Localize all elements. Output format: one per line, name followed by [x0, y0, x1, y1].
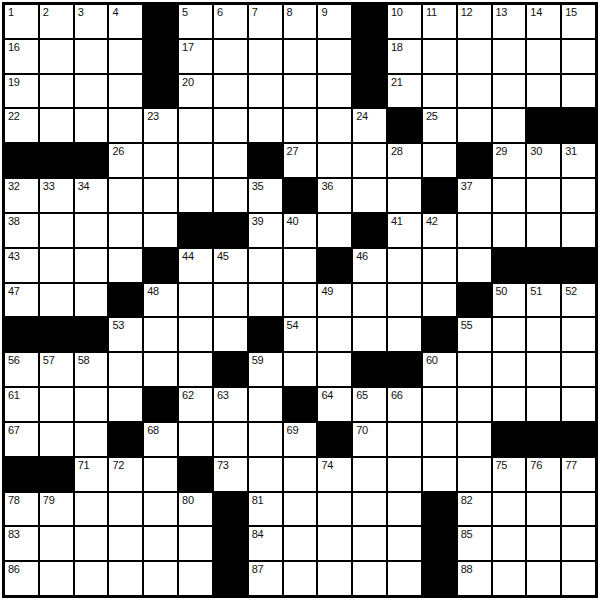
- cell-r4-c13[interactable]: 25: [423, 109, 456, 142]
- cell-r12-c1[interactable]: 61: [5, 388, 38, 421]
- cell-r14-c13[interactable]: [423, 458, 456, 491]
- cell-r16-c4[interactable]: [109, 527, 142, 560]
- cell-r15-c14[interactable]: 82: [458, 493, 491, 526]
- cell-r13-c13[interactable]: [423, 423, 456, 456]
- clue-number: 6: [217, 6, 223, 18]
- cell-r7-c8[interactable]: 39: [249, 214, 282, 247]
- cell-r5-c10[interactable]: [318, 144, 351, 177]
- clue-number: 14: [530, 6, 542, 18]
- cell-r16-c3[interactable]: [75, 527, 108, 560]
- cell-r13-c9[interactable]: 69: [284, 423, 317, 456]
- cell-r9-c9[interactable]: [284, 284, 317, 317]
- clue-number: 3: [78, 6, 84, 18]
- cell-r13-c8[interactable]: [249, 423, 282, 456]
- cell-r15-c12[interactable]: [388, 493, 421, 526]
- cell-r12-c12[interactable]: 66: [388, 388, 421, 421]
- clue-number: 78: [8, 494, 20, 506]
- cell-r17-c2[interactable]: [40, 562, 73, 595]
- cell-r8-c11[interactable]: 46: [353, 249, 386, 282]
- cell-r12-c16[interactable]: [527, 388, 560, 421]
- cell-r16-c17[interactable]: [562, 527, 595, 560]
- cell-r14-c5[interactable]: [144, 458, 177, 491]
- cell-r10-c4[interactable]: 53: [109, 318, 142, 351]
- cell-r13-c6[interactable]: [179, 423, 212, 456]
- black-cell-r11-c12: [388, 353, 421, 386]
- clue-number: 64: [321, 389, 333, 401]
- cell-r11-c4[interactable]: [109, 353, 142, 386]
- cell-r15-c4[interactable]: [109, 493, 142, 526]
- cell-r3-c12[interactable]: 21: [388, 75, 421, 108]
- black-cell-r10-c13: [423, 318, 456, 351]
- cell-r12-c11[interactable]: 65: [353, 388, 386, 421]
- cell-r13-c2[interactable]: [40, 423, 73, 456]
- cell-r11-c17[interactable]: [562, 353, 595, 386]
- cell-r17-c15[interactable]: [493, 562, 526, 595]
- cell-r13-c5[interactable]: 68: [144, 423, 177, 456]
- cell-r11-c3[interactable]: 58: [75, 353, 108, 386]
- black-cell-r17-c7: [214, 562, 247, 595]
- black-cell-r3-c11: [353, 75, 386, 108]
- cell-r5-c7[interactable]: [214, 144, 247, 177]
- cell-r3-c13[interactable]: [423, 75, 456, 108]
- cell-r11-c10[interactable]: [318, 353, 351, 386]
- cell-r15-c15[interactable]: [493, 493, 526, 526]
- cell-r8-c9[interactable]: [284, 249, 317, 282]
- cell-r6-c10[interactable]: 36: [318, 179, 351, 212]
- cell-r2-c12[interactable]: 18: [388, 40, 421, 73]
- cell-r14-c3[interactable]: 71: [75, 458, 108, 491]
- cell-r7-c10[interactable]: [318, 214, 351, 247]
- clue-number: 42: [426, 215, 438, 227]
- clue-number: 51: [530, 285, 542, 297]
- cell-r9-c2[interactable]: [40, 284, 73, 317]
- cell-r12-c3[interactable]: [75, 388, 108, 421]
- cell-r16-c16[interactable]: [527, 527, 560, 560]
- cell-r6-c7[interactable]: [214, 179, 247, 212]
- cell-r11-c13[interactable]: 60: [423, 353, 456, 386]
- cell-r6-c8[interactable]: 35: [249, 179, 282, 212]
- cell-r3-c16[interactable]: [527, 75, 560, 108]
- clue-number: 33: [43, 180, 55, 192]
- cell-r1-c14[interactable]: 12: [458, 5, 491, 38]
- cell-r2-c13[interactable]: [423, 40, 456, 73]
- cell-r13-c1[interactable]: 67: [5, 423, 38, 456]
- cell-r12-c6[interactable]: 62: [179, 388, 212, 421]
- cell-r4-c5[interactable]: 23: [144, 109, 177, 142]
- cell-r15-c2[interactable]: 79: [40, 493, 73, 526]
- cell-r1-c7[interactable]: 6: [214, 5, 247, 38]
- black-cell-r10-c1: [5, 318, 38, 351]
- cell-r4-c7[interactable]: [214, 109, 247, 142]
- clue-number: 48: [147, 285, 159, 297]
- cell-r7-c17[interactable]: [562, 214, 595, 247]
- black-cell-r11-c11: [353, 353, 386, 386]
- clue-number: 39: [252, 215, 264, 227]
- cell-r3-c10[interactable]: [318, 75, 351, 108]
- cell-r3-c4[interactable]: [109, 75, 142, 108]
- cell-r6-c15[interactable]: [493, 179, 526, 212]
- cell-r10-c12[interactable]: [388, 318, 421, 351]
- cell-r11-c2[interactable]: 57: [40, 353, 73, 386]
- cell-r2-c16[interactable]: [527, 40, 560, 73]
- cell-r16-c2[interactable]: [40, 527, 73, 560]
- black-cell-r13-c10: [318, 423, 351, 456]
- clue-number: 23: [147, 110, 159, 122]
- cell-r3-c7[interactable]: [214, 75, 247, 108]
- clue-number: 29: [496, 145, 508, 157]
- cell-r12-c8[interactable]: [249, 388, 282, 421]
- clue-number: 69: [287, 424, 299, 436]
- cell-r5-c5[interactable]: [144, 144, 177, 177]
- cell-r2-c10[interactable]: [318, 40, 351, 73]
- cell-r4-c4[interactable]: [109, 109, 142, 142]
- cell-r12-c7[interactable]: 63: [214, 388, 247, 421]
- black-cell-r5-c1: [5, 144, 38, 177]
- cell-r1-c15[interactable]: 13: [493, 5, 526, 38]
- cell-r14-c4[interactable]: 72: [109, 458, 142, 491]
- cell-r4-c15[interactable]: [493, 109, 526, 142]
- clue-number: 45: [217, 250, 229, 262]
- cell-r16-c1[interactable]: 83: [5, 527, 38, 560]
- cell-r3-c6[interactable]: 20: [179, 75, 212, 108]
- cell-r16-c11[interactable]: [353, 527, 386, 560]
- cell-r9-c8[interactable]: [249, 284, 282, 317]
- cell-r1-c12[interactable]: 10: [388, 5, 421, 38]
- clue-number: 2: [43, 6, 49, 18]
- cell-r7-c3[interactable]: [75, 214, 108, 247]
- black-cell-r8-c15: [493, 249, 526, 282]
- black-cell-r7-c6: [179, 214, 212, 247]
- cell-r17-c11[interactable]: [353, 562, 386, 595]
- cell-r3-c17[interactable]: [562, 75, 595, 108]
- clue-number: 27: [287, 145, 299, 157]
- cell-r8-c3[interactable]: [75, 249, 108, 282]
- cell-r14-c7[interactable]: 73: [214, 458, 247, 491]
- cell-r15-c9[interactable]: [284, 493, 317, 526]
- cell-r11-c5[interactable]: [144, 353, 177, 386]
- cell-r8-c1[interactable]: 43: [5, 249, 38, 282]
- cell-r6-c3[interactable]: 34: [75, 179, 108, 212]
- cell-r2-c4[interactable]: [109, 40, 142, 73]
- clue-number: 59: [252, 354, 264, 366]
- cell-r4-c2[interactable]: [40, 109, 73, 142]
- cell-r3-c1[interactable]: 19: [5, 75, 38, 108]
- cell-r13-c11[interactable]: 70: [353, 423, 386, 456]
- cell-r5-c4[interactable]: 26: [109, 144, 142, 177]
- black-cell-r13-c4: [109, 423, 142, 456]
- cell-r1-c9[interactable]: 8: [284, 5, 317, 38]
- cell-r9-c17[interactable]: 52: [562, 284, 595, 317]
- black-cell-r14-c6: [179, 458, 212, 491]
- cell-r9-c10[interactable]: 49: [318, 284, 351, 317]
- cell-r1-c3[interactable]: 3: [75, 5, 108, 38]
- cell-r6-c6[interactable]: [179, 179, 212, 212]
- clue-number: 60: [426, 354, 438, 366]
- cell-r14-c12[interactable]: [388, 458, 421, 491]
- cell-r17-c8[interactable]: 87: [249, 562, 282, 595]
- cell-r15-c17[interactable]: [562, 493, 595, 526]
- clue-number: 8: [287, 6, 293, 18]
- cell-r12-c15[interactable]: [493, 388, 526, 421]
- cell-r11-c1[interactable]: 56: [5, 353, 38, 386]
- cell-r14-c11[interactable]: [353, 458, 386, 491]
- cell-r15-c8[interactable]: 81: [249, 493, 282, 526]
- cell-r1-c8[interactable]: 7: [249, 5, 282, 38]
- cell-r15-c1[interactable]: 78: [5, 493, 38, 526]
- cell-r1-c6[interactable]: 5: [179, 5, 212, 38]
- cell-r4-c1[interactable]: 22: [5, 109, 38, 142]
- clue-number: 19: [8, 76, 20, 88]
- cell-r1-c16[interactable]: 14: [527, 5, 560, 38]
- cell-r17-c14[interactable]: 88: [458, 562, 491, 595]
- clue-number: 7: [252, 6, 258, 18]
- cell-r6-c11[interactable]: [353, 179, 386, 212]
- cell-r10-c14[interactable]: 55: [458, 318, 491, 351]
- cell-r3-c15[interactable]: [493, 75, 526, 108]
- clue-number: 67: [8, 424, 20, 436]
- clue-number: 75: [496, 459, 508, 471]
- black-cell-r17-c13: [423, 562, 456, 595]
- black-cell-r7-c11: [353, 214, 386, 247]
- cell-r8-c8[interactable]: [249, 249, 282, 282]
- cell-r14-c16[interactable]: 76: [527, 458, 560, 491]
- cell-r17-c6[interactable]: [179, 562, 212, 595]
- cell-r4-c9[interactable]: [284, 109, 317, 142]
- cell-r2-c1[interactable]: 16: [5, 40, 38, 73]
- cell-r17-c16[interactable]: [527, 562, 560, 595]
- clue-number: 62: [182, 389, 194, 401]
- cell-r6-c12[interactable]: [388, 179, 421, 212]
- cell-r14-c9[interactable]: [284, 458, 317, 491]
- cell-r2-c3[interactable]: [75, 40, 108, 73]
- cell-r6-c16[interactable]: [527, 179, 560, 212]
- cell-r10-c15[interactable]: [493, 318, 526, 351]
- cell-r17-c17[interactable]: [562, 562, 595, 595]
- cell-r17-c1[interactable]: 86: [5, 562, 38, 595]
- cell-r7-c12[interactable]: 41: [388, 214, 421, 247]
- cell-r8-c4[interactable]: [109, 249, 142, 282]
- cell-r13-c14[interactable]: [458, 423, 491, 456]
- cell-r8-c7[interactable]: 45: [214, 249, 247, 282]
- cell-r3-c2[interactable]: [40, 75, 73, 108]
- cell-r12-c4[interactable]: [109, 388, 142, 421]
- cell-r1-c10[interactable]: 9: [318, 5, 351, 38]
- clue-number: 70: [356, 424, 368, 436]
- cell-r5-c13[interactable]: [423, 144, 456, 177]
- cell-r16-c12[interactable]: [388, 527, 421, 560]
- cell-r10-c11[interactable]: [353, 318, 386, 351]
- cell-r5-c12[interactable]: 28: [388, 144, 421, 177]
- black-cell-r7-c7: [214, 214, 247, 247]
- cell-r2-c14[interactable]: [458, 40, 491, 73]
- cell-r16-c5[interactable]: [144, 527, 177, 560]
- cell-r9-c16[interactable]: 51: [527, 284, 560, 317]
- cell-r7-c5[interactable]: [144, 214, 177, 247]
- cell-r2-c2[interactable]: [40, 40, 73, 73]
- cell-r15-c10[interactable]: [318, 493, 351, 526]
- cell-r11-c15[interactable]: [493, 353, 526, 386]
- cell-r16-c10[interactable]: [318, 527, 351, 560]
- cell-r2-c8[interactable]: [249, 40, 282, 73]
- cell-r4-c8[interactable]: [249, 109, 282, 142]
- cell-r4-c10[interactable]: [318, 109, 351, 142]
- cell-r17-c3[interactable]: [75, 562, 108, 595]
- cell-r5-c11[interactable]: [353, 144, 386, 177]
- clue-number: 55: [461, 319, 473, 331]
- black-cell-r12-c9: [284, 388, 317, 421]
- black-cell-r5-c14: [458, 144, 491, 177]
- cell-r16-c9[interactable]: [284, 527, 317, 560]
- cell-r8-c14[interactable]: [458, 249, 491, 282]
- cell-r10-c6[interactable]: [179, 318, 212, 351]
- cell-r14-c10[interactable]: 74: [318, 458, 351, 491]
- cell-r14-c17[interactable]: 77: [562, 458, 595, 491]
- cell-r16-c14[interactable]: 85: [458, 527, 491, 560]
- cell-r7-c15[interactable]: [493, 214, 526, 247]
- black-cell-r8-c16: [527, 249, 560, 282]
- cell-r2-c15[interactable]: [493, 40, 526, 73]
- clue-number: 21: [391, 76, 403, 88]
- clue-number: 46: [356, 250, 368, 262]
- cell-r6-c1[interactable]: 32: [5, 179, 38, 212]
- cell-r15-c16[interactable]: [527, 493, 560, 526]
- cell-r15-c6[interactable]: 80: [179, 493, 212, 526]
- clue-number: 58: [78, 354, 90, 366]
- cell-r7-c14[interactable]: [458, 214, 491, 247]
- cell-r10-c17[interactable]: [562, 318, 595, 351]
- cell-r3-c9[interactable]: [284, 75, 317, 108]
- cell-r3-c14[interactable]: [458, 75, 491, 108]
- cell-r9-c1[interactable]: 47: [5, 284, 38, 317]
- cell-r12-c17[interactable]: [562, 388, 595, 421]
- cell-r4-c11[interactable]: 24: [353, 109, 386, 142]
- cell-r1-c4[interactable]: 4: [109, 5, 142, 38]
- clue-number: 54: [287, 319, 299, 331]
- cell-r12-c13[interactable]: [423, 388, 456, 421]
- cell-r2-c17[interactable]: [562, 40, 595, 73]
- cell-r9-c7[interactable]: [214, 284, 247, 317]
- cell-r11-c9[interactable]: [284, 353, 317, 386]
- cell-r8-c13[interactable]: [423, 249, 456, 282]
- cell-r16-c8[interactable]: 84: [249, 527, 282, 560]
- black-cell-r1-c5: [144, 5, 177, 38]
- cell-r15-c5[interactable]: [144, 493, 177, 526]
- clue-number: 15: [565, 6, 577, 18]
- cell-r1-c13[interactable]: 11: [423, 5, 456, 38]
- cell-r9-c12[interactable]: [388, 284, 421, 317]
- cell-r13-c7[interactable]: [214, 423, 247, 456]
- cell-r9-c3[interactable]: [75, 284, 108, 317]
- cell-r7-c16[interactable]: [527, 214, 560, 247]
- cell-r9-c15[interactable]: 50: [493, 284, 526, 317]
- clue-number: 49: [321, 285, 333, 297]
- cell-r5-c16[interactable]: 30: [527, 144, 560, 177]
- cell-r5-c17[interactable]: 31: [562, 144, 595, 177]
- cell-r8-c6[interactable]: 44: [179, 249, 212, 282]
- cell-r3-c3[interactable]: [75, 75, 108, 108]
- cell-r17-c4[interactable]: [109, 562, 142, 595]
- clue-number: 34: [78, 180, 90, 192]
- cell-r4-c14[interactable]: [458, 109, 491, 142]
- cell-r17-c10[interactable]: [318, 562, 351, 595]
- cell-r6-c4[interactable]: [109, 179, 142, 212]
- cell-r1-c1[interactable]: 1: [5, 5, 38, 38]
- cell-r6-c5[interactable]: [144, 179, 177, 212]
- cell-r10-c9[interactable]: 54: [284, 318, 317, 351]
- cell-r7-c9[interactable]: 40: [284, 214, 317, 247]
- cell-r6-c2[interactable]: 33: [40, 179, 73, 212]
- cell-r3-c8[interactable]: [249, 75, 282, 108]
- cell-r15-c3[interactable]: [75, 493, 108, 526]
- cell-r5-c6[interactable]: [179, 144, 212, 177]
- cell-r16-c15[interactable]: [493, 527, 526, 560]
- cell-r9-c6[interactable]: [179, 284, 212, 317]
- cell-r14-c8[interactable]: [249, 458, 282, 491]
- black-cell-r6-c13: [423, 179, 456, 212]
- cell-r17-c12[interactable]: [388, 562, 421, 595]
- clue-number: 73: [217, 459, 229, 471]
- cell-r5-c15[interactable]: 29: [493, 144, 526, 177]
- cell-r6-c14[interactable]: 37: [458, 179, 491, 212]
- black-cell-r10-c3: [75, 318, 108, 351]
- cell-r13-c12[interactable]: [388, 423, 421, 456]
- cell-r11-c14[interactable]: [458, 353, 491, 386]
- cell-r4-c6[interactable]: [179, 109, 212, 142]
- cell-r8-c12[interactable]: [388, 249, 421, 282]
- cell-r12-c14[interactable]: [458, 388, 491, 421]
- cell-r10-c5[interactable]: [144, 318, 177, 351]
- cell-r13-c3[interactable]: [75, 423, 108, 456]
- cell-r8-c2[interactable]: [40, 249, 73, 282]
- cell-r17-c9[interactable]: [284, 562, 317, 595]
- cell-r12-c2[interactable]: [40, 388, 73, 421]
- black-cell-r14-c2: [40, 458, 73, 491]
- cell-r1-c2[interactable]: 2: [40, 5, 73, 38]
- cell-r1-c17[interactable]: 15: [562, 5, 595, 38]
- cell-r12-c10[interactable]: 64: [318, 388, 351, 421]
- cell-r2-c7[interactable]: [214, 40, 247, 73]
- cell-r11-c6[interactable]: [179, 353, 212, 386]
- cell-r4-c3[interactable]: [75, 109, 108, 142]
- cell-r10-c16[interactable]: [527, 318, 560, 351]
- cell-r2-c9[interactable]: [284, 40, 317, 73]
- cell-r9-c13[interactable]: [423, 284, 456, 317]
- cell-r10-c10[interactable]: [318, 318, 351, 351]
- cell-r6-c17[interactable]: [562, 179, 595, 212]
- clue-number: 77: [565, 459, 577, 471]
- cell-r14-c14[interactable]: [458, 458, 491, 491]
- cell-r2-c6[interactable]: 17: [179, 40, 212, 73]
- cell-r15-c11[interactable]: [353, 493, 386, 526]
- cell-r7-c4[interactable]: [109, 214, 142, 247]
- cell-r9-c5[interactable]: 48: [144, 284, 177, 317]
- cell-r11-c16[interactable]: [527, 353, 560, 386]
- cell-r11-c8[interactable]: 59: [249, 353, 282, 386]
- cell-r7-c2[interactable]: [40, 214, 73, 247]
- cell-r5-c9[interactable]: 27: [284, 144, 317, 177]
- cell-r17-c5[interactable]: [144, 562, 177, 595]
- cell-r10-c7[interactable]: [214, 318, 247, 351]
- cell-r14-c15[interactable]: 75: [493, 458, 526, 491]
- cell-r7-c1[interactable]: 38: [5, 214, 38, 247]
- clue-number: 40: [287, 215, 299, 227]
- cell-r16-c6[interactable]: [179, 527, 212, 560]
- cell-r7-c13[interactable]: 42: [423, 214, 456, 247]
- cell-r9-c11[interactable]: [353, 284, 386, 317]
- clue-number: 24: [356, 110, 368, 122]
- clue-number: 84: [252, 528, 264, 540]
- clue-number: 66: [391, 389, 403, 401]
